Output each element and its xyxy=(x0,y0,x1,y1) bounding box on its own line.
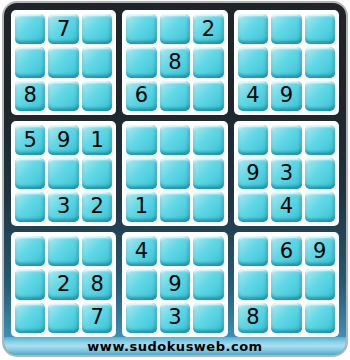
cell-r3c6[interactable] xyxy=(193,81,223,111)
cell-r9c6[interactable] xyxy=(193,303,223,333)
cell-r2c4[interactable] xyxy=(126,47,156,77)
cell-r1c8[interactable] xyxy=(271,14,301,44)
cell-r2c5[interactable]: 8 xyxy=(160,47,190,77)
cell-r1c7[interactable] xyxy=(238,14,268,44)
cell-r6c5[interactable] xyxy=(160,192,190,222)
cell-r1c3[interactable] xyxy=(82,14,112,44)
cell-r8c7[interactable] xyxy=(238,269,268,299)
cell-r4c7[interactable] xyxy=(238,125,268,155)
box-r2c2: 1 xyxy=(122,121,227,226)
box-r1c1: 78 xyxy=(11,10,116,115)
box-r3c3: 698 xyxy=(234,232,339,337)
cell-r6c1[interactable] xyxy=(15,192,45,222)
cell-r2c1[interactable] xyxy=(15,47,45,77)
cell-r5c1[interactable] xyxy=(15,158,45,188)
cell-r6c9[interactable] xyxy=(305,192,335,222)
cell-r3c1[interactable]: 8 xyxy=(15,81,45,111)
cell-r8c6[interactable] xyxy=(193,269,223,299)
cell-r2c2[interactable] xyxy=(48,47,78,77)
cell-r7c9[interactable]: 9 xyxy=(305,236,335,266)
cell-r7c1[interactable] xyxy=(15,236,45,266)
cell-r5c9[interactable] xyxy=(305,158,335,188)
cell-r8c9[interactable] xyxy=(305,269,335,299)
cell-r5c3[interactable] xyxy=(82,158,112,188)
cell-r4c8[interactable] xyxy=(271,125,301,155)
cell-r7c2[interactable] xyxy=(48,236,78,266)
box-r1c3: 49 xyxy=(234,10,339,115)
cell-r9c7[interactable]: 8 xyxy=(238,303,268,333)
cell-r7c7[interactable] xyxy=(238,236,268,266)
box-r3c2: 493 xyxy=(122,232,227,337)
cell-r6c7[interactable] xyxy=(238,192,268,222)
cell-r7c4[interactable]: 4 xyxy=(126,236,156,266)
cell-r4c2[interactable]: 9 xyxy=(48,125,78,155)
cell-r5c7[interactable]: 9 xyxy=(238,158,268,188)
cell-r6c4[interactable]: 1 xyxy=(126,192,156,222)
cell-r9c9[interactable] xyxy=(305,303,335,333)
cell-r2c6[interactable] xyxy=(193,47,223,77)
cell-r8c5[interactable]: 9 xyxy=(160,269,190,299)
cell-r9c2[interactable] xyxy=(48,303,78,333)
box-r3c1: 287 xyxy=(11,232,116,337)
cell-r5c2[interactable] xyxy=(48,158,78,188)
cell-r9c8[interactable] xyxy=(271,303,301,333)
cell-r1c5[interactable] xyxy=(160,14,190,44)
cell-r6c3[interactable]: 2 xyxy=(82,192,112,222)
cell-r4c3[interactable]: 1 xyxy=(82,125,112,155)
footer-band: www.sudokusweb.com xyxy=(4,337,346,355)
cell-r8c1[interactable] xyxy=(15,269,45,299)
cell-r3c3[interactable] xyxy=(82,81,112,111)
cell-r3c4[interactable]: 6 xyxy=(126,81,156,111)
cell-r2c8[interactable] xyxy=(271,47,301,77)
cell-r6c6[interactable] xyxy=(193,192,223,222)
cell-r2c9[interactable] xyxy=(305,47,335,77)
cell-r3c2[interactable] xyxy=(48,81,78,111)
cell-r7c6[interactable] xyxy=(193,236,223,266)
box-r1c2: 286 xyxy=(122,10,227,115)
cell-r3c5[interactable] xyxy=(160,81,190,111)
cell-r7c5[interactable] xyxy=(160,236,190,266)
cell-r9c1[interactable] xyxy=(15,303,45,333)
cell-r8c8[interactable] xyxy=(271,269,301,299)
cell-r2c3[interactable] xyxy=(82,47,112,77)
cell-r4c1[interactable]: 5 xyxy=(15,125,45,155)
cell-r2c7[interactable] xyxy=(238,47,268,77)
cell-r3c8[interactable]: 9 xyxy=(271,81,301,111)
cell-r4c9[interactable] xyxy=(305,125,335,155)
cell-r5c4[interactable] xyxy=(126,158,156,188)
cell-r5c6[interactable] xyxy=(193,158,223,188)
box-r2c1: 59132 xyxy=(11,121,116,226)
cell-r4c4[interactable] xyxy=(126,125,156,155)
cell-r8c4[interactable] xyxy=(126,269,156,299)
cell-r5c5[interactable] xyxy=(160,158,190,188)
cell-r3c7[interactable]: 4 xyxy=(238,81,268,111)
box-r2c3: 934 xyxy=(234,121,339,226)
cell-r1c1[interactable] xyxy=(15,14,45,44)
cell-r9c3[interactable]: 7 xyxy=(82,303,112,333)
cell-r5c8[interactable]: 3 xyxy=(271,158,301,188)
cell-r6c2[interactable]: 3 xyxy=(48,192,78,222)
cell-r1c6[interactable]: 2 xyxy=(193,14,223,44)
cell-r7c8[interactable]: 6 xyxy=(271,236,301,266)
site-url[interactable]: www.sudokusweb.com xyxy=(87,339,262,354)
cell-r1c9[interactable] xyxy=(305,14,335,44)
cell-r7c3[interactable] xyxy=(82,236,112,266)
sudoku-board: 7828649591321934287493698 xyxy=(4,3,346,337)
cell-r3c9[interactable] xyxy=(305,81,335,111)
cell-r6c8[interactable]: 4 xyxy=(271,192,301,222)
cell-r9c5[interactable]: 3 xyxy=(160,303,190,333)
sudoku-frame: 7828649591321934287493698 www.sudokusweb… xyxy=(2,1,348,357)
cell-r4c5[interactable] xyxy=(160,125,190,155)
cell-r4c6[interactable] xyxy=(193,125,223,155)
cell-r9c4[interactable] xyxy=(126,303,156,333)
cell-r8c2[interactable]: 2 xyxy=(48,269,78,299)
cell-r1c2[interactable]: 7 xyxy=(48,14,78,44)
cell-r1c4[interactable] xyxy=(126,14,156,44)
cell-r8c3[interactable]: 8 xyxy=(82,269,112,299)
